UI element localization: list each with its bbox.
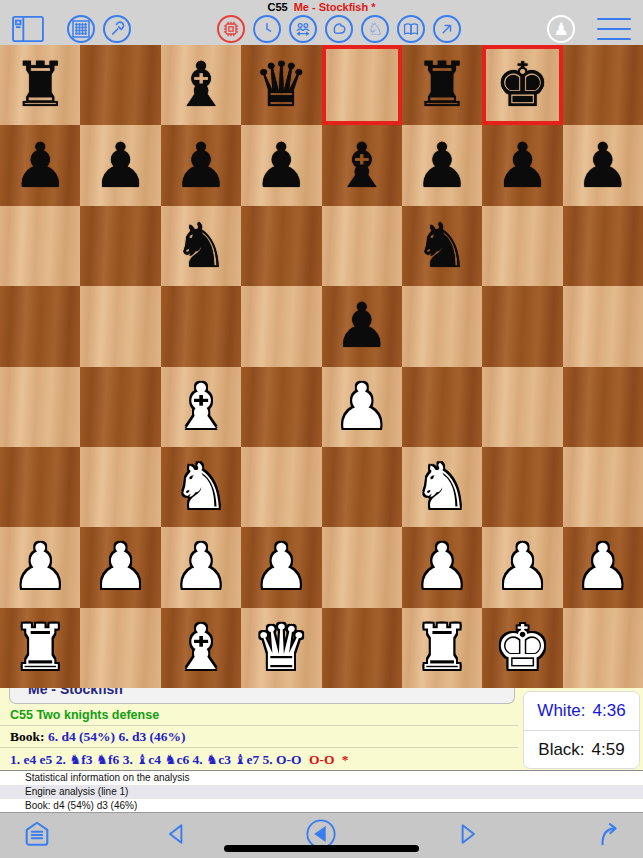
- square-c8[interactable]: ♝: [161, 45, 241, 125]
- square-g3[interactable]: [482, 447, 562, 527]
- piece-black-pawn[interactable]: ♟: [495, 126, 551, 206]
- two-players-icon[interactable]: [288, 14, 318, 44]
- book-line[interactable]: Book: 6. d4 (54%) 6. d3 (46%): [10, 729, 186, 745]
- piece-black-bishop[interactable]: ♝: [173, 45, 229, 125]
- piece-black-pawn[interactable]: ♟: [173, 126, 229, 206]
- piece-black-pawn[interactable]: ♟: [575, 126, 631, 206]
- black-clock-label: Black:: [538, 740, 584, 760]
- square-f8[interactable]: ♜: [402, 45, 482, 125]
- piece-white-pawn[interactable]: ♟: [93, 527, 149, 607]
- board-layout-icon[interactable]: [10, 14, 46, 44]
- opening-name: C55 Two knights defense: [10, 708, 159, 722]
- redo-icon[interactable]: [592, 817, 626, 851]
- piece-white-knight[interactable]: ♞: [173, 447, 229, 527]
- piece-black-pawn[interactable]: ♟: [334, 286, 390, 366]
- square-a2[interactable]: ♟: [0, 527, 80, 607]
- analysis-row-statistics[interactable]: Statistical information on the analysis: [0, 771, 643, 785]
- clock-card: White: 4:36 Black: 4:59: [523, 691, 640, 769]
- square-a5[interactable]: [0, 286, 80, 366]
- moves-last[interactable]: O-O: [309, 752, 335, 767]
- square-b5[interactable]: [80, 286, 160, 366]
- piece-white-pawn[interactable]: ♟: [173, 527, 229, 607]
- square-e4[interactable]: ♟: [322, 367, 402, 447]
- step-back-icon[interactable]: [160, 817, 194, 851]
- piece-black-pawn[interactable]: ♟: [254, 126, 310, 206]
- divider: [0, 725, 518, 726]
- game-title: Me - Stockfish *: [294, 1, 376, 13]
- square-g5[interactable]: [482, 286, 562, 366]
- square-b3[interactable]: [80, 447, 160, 527]
- square-f3[interactable]: ♞: [402, 447, 482, 527]
- top-bar: C55Me - Stockfish *: [0, 0, 643, 45]
- square-h8[interactable]: [563, 45, 643, 125]
- piece-black-bishop[interactable]: ♝: [334, 126, 390, 206]
- book-label: Book:: [10, 729, 45, 744]
- square-d2[interactable]: ♟: [241, 527, 321, 607]
- square-h3[interactable]: [563, 447, 643, 527]
- chess-board[interactable]: ♜♝♛♜♚♟♟♟♟♝♟♟♟♞♞♟♝♟♞♞♟♟♟♟♟♟♟♜♝♛♜♚: [0, 45, 643, 688]
- game-result: *: [342, 752, 349, 767]
- square-c6[interactable]: ♞: [161, 206, 241, 286]
- book-moves[interactable]: 6. d4 (54%) 6. d3 (46%): [48, 729, 186, 744]
- square-b7[interactable]: ♟: [80, 125, 160, 205]
- piece-black-queen[interactable]: ♛: [254, 45, 310, 125]
- divider: [0, 747, 518, 748]
- square-h4[interactable]: [563, 367, 643, 447]
- square-e7[interactable]: ♝: [322, 125, 402, 205]
- square-h2[interactable]: ♟: [563, 527, 643, 607]
- square-d5[interactable]: [241, 286, 321, 366]
- square-a8[interactable]: ♜: [0, 45, 80, 125]
- piece-black-pawn[interactable]: ♟: [12, 126, 68, 206]
- white-clock-time: 4:36: [593, 701, 626, 721]
- square-g1[interactable]: ♚: [482, 608, 562, 688]
- board-pattern-icon[interactable]: [66, 14, 96, 44]
- black-clock: Black: 4:59: [524, 731, 639, 769]
- square-e3[interactable]: [322, 447, 402, 527]
- clock-icon[interactable]: [252, 14, 282, 44]
- piece-white-pawn[interactable]: ♟: [575, 527, 631, 607]
- square-a6[interactable]: [0, 206, 80, 286]
- square-c3[interactable]: ♞: [161, 447, 241, 527]
- menu-icon[interactable]: [595, 14, 633, 44]
- strength-icon[interactable]: [324, 14, 354, 44]
- square-a3[interactable]: [0, 447, 80, 527]
- square-d8[interactable]: ♛: [241, 45, 321, 125]
- piece-black-knight[interactable]: ♞: [173, 206, 229, 286]
- square-e6[interactable]: [322, 206, 402, 286]
- white-clock-label: White:: [537, 701, 585, 721]
- square-d4[interactable]: [241, 367, 321, 447]
- square-e2[interactable]: [322, 527, 402, 607]
- analysis-row-engine[interactable]: Engine analysis (line 1): [0, 785, 643, 799]
- square-g4[interactable]: [482, 367, 562, 447]
- piece-black-pawn[interactable]: ♟: [93, 126, 149, 206]
- analysis-section: Statistical information on the analysis …: [0, 770, 643, 812]
- share-icon[interactable]: [432, 14, 462, 44]
- square-h6[interactable]: [563, 206, 643, 286]
- square-g6[interactable]: [482, 206, 562, 286]
- square-a4[interactable]: [0, 367, 80, 447]
- chess-app: C55Me - Stockfish *: [0, 0, 643, 858]
- piece-black-pawn[interactable]: ♟: [414, 126, 470, 206]
- white-clock: White: 4:36: [524, 692, 639, 731]
- piece-white-pawn[interactable]: ♟: [414, 527, 470, 607]
- piece-black-rook[interactable]: ♜: [12, 45, 68, 125]
- square-a7[interactable]: ♟: [0, 125, 80, 205]
- square-c4[interactable]: ♝: [161, 367, 241, 447]
- square-c1[interactable]: ♝: [161, 608, 241, 688]
- piece-white-bishop[interactable]: ♝: [173, 367, 229, 447]
- piece-black-knight[interactable]: ♞: [414, 206, 470, 286]
- piece-white-pawn[interactable]: ♟: [254, 527, 310, 607]
- players-header: Me - Stockfish: [10, 688, 514, 697]
- piece-black-rook[interactable]: ♜: [414, 45, 470, 125]
- opening-book-icon[interactable]: [396, 14, 426, 44]
- square-d3[interactable]: [241, 447, 321, 527]
- piece-black-king[interactable]: ♚: [495, 45, 551, 125]
- analysis-row-book[interactable]: Book: d4 (54%) d3 (46%): [0, 799, 643, 813]
- piece-white-pawn[interactable]: ♟: [495, 527, 551, 607]
- square-d1[interactable]: ♛: [241, 608, 321, 688]
- square-e1[interactable]: [322, 608, 402, 688]
- square-f1[interactable]: ♜: [402, 608, 482, 688]
- game-title-bar: C55Me - Stockfish *: [0, 1, 643, 13]
- square-h1[interactable]: [563, 608, 643, 688]
- players-header-strip: Me - Stockfish: [9, 688, 515, 704]
- info-panel: Me - Stockfish C55 Two knights defense B…: [0, 688, 643, 770]
- move-list[interactable]: 1. e4 e5 2. ♞f3 ♞f6 3. ♝c4 ♞c6 4. ♞c3 ♝e…: [10, 751, 349, 768]
- square-g7[interactable]: ♟: [482, 125, 562, 205]
- game-list-icon[interactable]: [20, 817, 54, 851]
- knight-icon[interactable]: ♘: [360, 14, 390, 44]
- piece-white-knight[interactable]: ♞: [414, 447, 470, 527]
- piece-white-pawn[interactable]: ♟: [12, 527, 68, 607]
- eco-code: C55: [267, 1, 287, 13]
- bottom-toolbar: [0, 812, 643, 858]
- square-e5[interactable]: ♟: [322, 286, 402, 366]
- piece-white-bishop[interactable]: ♝: [173, 608, 229, 688]
- square-c5[interactable]: [161, 286, 241, 366]
- step-forward-icon[interactable]: [450, 817, 484, 851]
- square-f2[interactable]: ♟: [402, 527, 482, 607]
- piece-white-king[interactable]: ♚: [495, 608, 551, 688]
- square-f7[interactable]: ♟: [402, 125, 482, 205]
- piece-white-rook[interactable]: ♜: [12, 608, 68, 688]
- square-g8[interactable]: ♚: [482, 45, 562, 125]
- square-a1[interactable]: ♜: [0, 608, 80, 688]
- engine-chip-icon[interactable]: [216, 14, 246, 44]
- square-b1[interactable]: [80, 608, 160, 688]
- square-b2[interactable]: ♟: [80, 527, 160, 607]
- square-g2[interactable]: ♟: [482, 527, 562, 607]
- square-h7[interactable]: ♟: [563, 125, 643, 205]
- square-d7[interactable]: ♟: [241, 125, 321, 205]
- settings-wrench-icon[interactable]: [102, 14, 132, 44]
- square-f4[interactable]: [402, 367, 482, 447]
- square-f6[interactable]: ♞: [402, 206, 482, 286]
- moves-main[interactable]: 1. e4 e5 2. ♞f3 ♞f6 3. ♝c4 ♞c6 4. ♞c3 ♝e…: [10, 752, 302, 767]
- square-d6[interactable]: [241, 206, 321, 286]
- square-e8[interactable]: [322, 45, 402, 125]
- home-indicator[interactable]: [224, 845, 419, 852]
- square-b6[interactable]: [80, 206, 160, 286]
- piece-white-pawn[interactable]: ♟: [334, 367, 390, 447]
- square-c2[interactable]: ♟: [161, 527, 241, 607]
- square-c7[interactable]: ♟: [161, 125, 241, 205]
- piece-white-queen[interactable]: ♛: [254, 608, 310, 688]
- black-clock-time: 4:59: [592, 740, 625, 760]
- square-b4[interactable]: [80, 367, 160, 447]
- square-f5[interactable]: [402, 286, 482, 366]
- square-h5[interactable]: [563, 286, 643, 366]
- square-b8[interactable]: [80, 45, 160, 125]
- piece-white-rook[interactable]: ♜: [414, 608, 470, 688]
- player-profile-icon[interactable]: ♟: [546, 14, 576, 44]
